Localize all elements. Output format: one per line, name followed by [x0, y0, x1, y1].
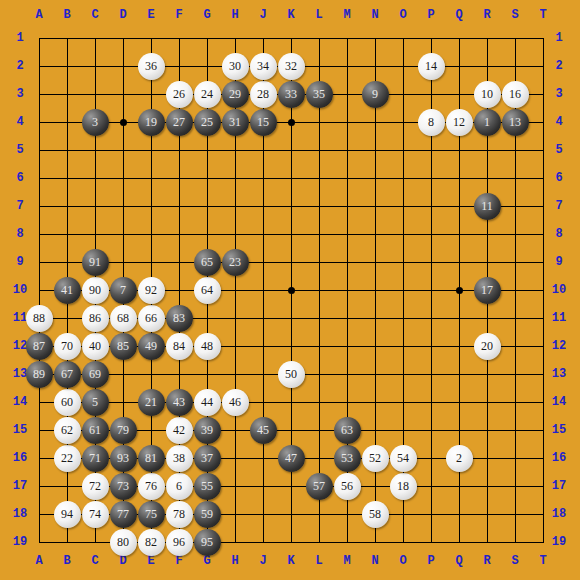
stone-white-move-80-D19: 80	[110, 529, 137, 556]
stone-black-move-75-E18: 75	[138, 501, 165, 528]
coordinate-label-right-7: 7	[546, 199, 572, 213]
coordinate-label-bottom-E: E	[138, 554, 164, 568]
coordinate-label-right-18: 18	[546, 507, 572, 521]
coordinate-label-top-J: J	[250, 8, 276, 22]
stone-black-move-5-C14: 5	[82, 389, 109, 416]
stone-white-move-34-J2: 34	[250, 53, 277, 80]
coordinate-label-bottom-Q: Q	[446, 554, 472, 568]
coordinate-label-left-4: 4	[7, 115, 33, 129]
coordinate-label-right-17: 17	[546, 479, 572, 493]
stone-black-move-89-A13: 89	[26, 361, 53, 388]
stone-black-move-45-J15: 45	[250, 417, 277, 444]
coordinate-label-bottom-M: M	[334, 554, 360, 568]
coordinate-label-left-8: 8	[7, 227, 33, 241]
stone-white-move-54-O16: 54	[390, 445, 417, 472]
stone-black-move-53-M16: 53	[334, 445, 361, 472]
stone-white-move-10-R3: 10	[474, 81, 501, 108]
stone-black-move-67-B13: 67	[54, 361, 81, 388]
coordinate-label-top-P: P	[418, 8, 444, 22]
coordinate-label-left-18: 18	[7, 507, 33, 521]
coordinate-label-left-3: 3	[7, 87, 33, 101]
stone-white-move-42-F15: 42	[166, 417, 193, 444]
stone-white-move-16-S3: 16	[502, 81, 529, 108]
stone-white-move-20-R12: 20	[474, 333, 501, 360]
stone-black-move-59-G18: 59	[194, 501, 221, 528]
coordinate-label-right-3: 3	[546, 87, 572, 101]
stone-black-move-3-C4: 3	[82, 109, 109, 136]
coordinate-label-right-5: 5	[546, 143, 572, 157]
stone-black-move-47-K16: 47	[278, 445, 305, 472]
stone-black-move-43-F14: 43	[166, 389, 193, 416]
stone-white-move-2-Q16: 2	[446, 445, 473, 472]
stone-white-move-48-G12: 48	[194, 333, 221, 360]
stone-black-move-83-F11: 83	[166, 305, 193, 332]
coordinate-label-top-L: L	[306, 8, 332, 22]
stone-white-move-78-F18: 78	[166, 501, 193, 528]
stone-black-move-79-D15: 79	[110, 417, 137, 444]
stone-black-move-65-G9: 65	[194, 249, 221, 276]
stone-black-move-19-E4: 19	[138, 109, 165, 136]
stone-black-move-17-R10: 17	[474, 277, 501, 304]
stone-white-move-40-C12: 40	[82, 333, 109, 360]
coordinate-label-bottom-D: D	[110, 554, 136, 568]
stone-white-move-44-G14: 44	[194, 389, 221, 416]
coordinate-label-right-1: 1	[546, 31, 572, 45]
coordinate-label-left-5: 5	[7, 143, 33, 157]
stone-black-move-69-C13: 69	[82, 361, 109, 388]
stone-white-move-60-B14: 60	[54, 389, 81, 416]
stone-black-move-9-N3: 9	[362, 81, 389, 108]
coordinate-label-bottom-G: G	[194, 554, 220, 568]
stone-white-move-28-J3: 28	[250, 81, 277, 108]
stone-black-move-7-D10: 7	[110, 277, 137, 304]
stone-black-move-27-F4: 27	[166, 109, 193, 136]
stone-black-move-63-M15: 63	[334, 417, 361, 444]
coordinate-label-bottom-F: F	[166, 554, 192, 568]
stone-black-move-95-G19: 95	[194, 529, 221, 556]
coordinate-label-bottom-H: H	[222, 554, 248, 568]
coordinate-label-top-H: H	[222, 8, 248, 22]
coordinate-label-left-15: 15	[7, 423, 33, 437]
stone-white-move-74-C18: 74	[82, 501, 109, 528]
stone-black-move-31-H4: 31	[222, 109, 249, 136]
stone-white-move-62-B15: 62	[54, 417, 81, 444]
stone-white-move-18-O17: 18	[390, 473, 417, 500]
coordinate-label-top-E: E	[138, 8, 164, 22]
stone-black-move-29-H3: 29	[222, 81, 249, 108]
coordinate-label-left-2: 2	[7, 59, 33, 73]
stone-white-move-12-Q4: 12	[446, 109, 473, 136]
stone-black-move-37-G16: 37	[194, 445, 221, 472]
stone-black-move-33-K3: 33	[278, 81, 305, 108]
coordinate-label-top-D: D	[110, 8, 136, 22]
stone-white-move-76-E17: 76	[138, 473, 165, 500]
coordinate-label-bottom-P: P	[418, 554, 444, 568]
stone-black-move-21-E14: 21	[138, 389, 165, 416]
coordinate-label-right-12: 12	[546, 339, 572, 353]
coordinate-label-left-6: 6	[7, 171, 33, 185]
coordinate-label-left-7: 7	[7, 199, 33, 213]
stone-black-move-25-G4: 25	[194, 109, 221, 136]
stone-black-move-1-R4: 1	[474, 109, 501, 136]
coordinate-label-left-19: 19	[7, 535, 33, 549]
stone-black-move-11-R7: 11	[474, 193, 501, 220]
stone-white-move-58-N18: 58	[362, 501, 389, 528]
coordinate-label-left-9: 9	[7, 255, 33, 269]
coordinate-label-right-15: 15	[546, 423, 572, 437]
coordinate-label-top-R: R	[474, 8, 500, 22]
stone-black-move-57-L17: 57	[306, 473, 333, 500]
stone-white-move-24-G3: 24	[194, 81, 221, 108]
coordinate-label-top-C: C	[82, 8, 108, 22]
stone-white-move-6-F17: 6	[166, 473, 193, 500]
coordinate-label-right-14: 14	[546, 395, 572, 409]
star-point-D4	[120, 119, 127, 126]
coordinate-label-bottom-N: N	[362, 554, 388, 568]
stone-white-move-82-E19: 82	[138, 529, 165, 556]
coordinate-label-top-Q: Q	[446, 8, 472, 22]
stone-white-move-88-A11: 88	[26, 305, 53, 332]
stone-black-move-39-G15: 39	[194, 417, 221, 444]
stone-white-move-46-H14: 46	[222, 389, 249, 416]
stone-white-move-26-F3: 26	[166, 81, 193, 108]
coordinate-label-bottom-J: J	[250, 554, 276, 568]
stone-white-move-68-D11: 68	[110, 305, 137, 332]
coordinate-label-bottom-T: T	[530, 554, 556, 568]
coordinate-label-right-8: 8	[546, 227, 572, 241]
coordinate-label-top-F: F	[166, 8, 192, 22]
stone-white-move-94-B18: 94	[54, 501, 81, 528]
stone-black-move-77-D18: 77	[110, 501, 137, 528]
stone-black-move-81-E16: 81	[138, 445, 165, 472]
stone-white-move-52-N16: 52	[362, 445, 389, 472]
stone-black-move-87-A12: 87	[26, 333, 53, 360]
coordinate-label-top-K: K	[278, 8, 304, 22]
stone-white-move-14-P2: 14	[418, 53, 445, 80]
coordinate-label-right-11: 11	[546, 311, 572, 325]
coordinate-label-right-6: 6	[546, 171, 572, 185]
go-board-diagram: AABBCCDDEEFFGGHHJJKKLLMMNNOOPPQQRRSSTT11…	[0, 0, 580, 580]
stone-white-move-38-F16: 38	[166, 445, 193, 472]
coordinate-label-bottom-L: L	[306, 554, 332, 568]
stone-black-move-49-E12: 49	[138, 333, 165, 360]
coordinate-label-left-1: 1	[7, 31, 33, 45]
coordinate-label-right-13: 13	[546, 367, 572, 381]
coordinate-label-left-16: 16	[7, 451, 33, 465]
coordinate-label-top-A: A	[26, 8, 52, 22]
stone-white-move-8-P4: 8	[418, 109, 445, 136]
stone-white-move-22-B16: 22	[54, 445, 81, 472]
coordinate-label-bottom-A: A	[26, 554, 52, 568]
stone-black-move-61-C15: 61	[82, 417, 109, 444]
coordinate-label-bottom-S: S	[502, 554, 528, 568]
stone-white-move-32-K2: 32	[278, 53, 305, 80]
stone-white-move-84-F12: 84	[166, 333, 193, 360]
coordinate-label-right-19: 19	[546, 535, 572, 549]
stone-white-move-66-E11: 66	[138, 305, 165, 332]
coordinate-label-bottom-K: K	[278, 554, 304, 568]
stone-white-move-30-H2: 30	[222, 53, 249, 80]
stone-black-move-85-D12: 85	[110, 333, 137, 360]
coordinate-label-bottom-R: R	[474, 554, 500, 568]
star-point-K10	[288, 287, 295, 294]
stone-white-move-72-C17: 72	[82, 473, 109, 500]
coordinate-label-top-T: T	[530, 8, 556, 22]
coordinate-label-left-14: 14	[7, 395, 33, 409]
coordinate-label-top-G: G	[194, 8, 220, 22]
coordinate-label-bottom-B: B	[54, 554, 80, 568]
coordinate-label-top-O: O	[390, 8, 416, 22]
stone-white-move-36-E2: 36	[138, 53, 165, 80]
stone-black-move-15-J4: 15	[250, 109, 277, 136]
stone-black-move-35-L3: 35	[306, 81, 333, 108]
stone-black-move-73-D17: 73	[110, 473, 137, 500]
coordinate-label-right-10: 10	[546, 283, 572, 297]
coordinate-label-left-10: 10	[7, 283, 33, 297]
stone-black-move-23-H9: 23	[222, 249, 249, 276]
star-point-K4	[288, 119, 295, 126]
coordinate-label-left-17: 17	[7, 479, 33, 493]
stone-white-move-70-B12: 70	[54, 333, 81, 360]
coordinate-label-right-9: 9	[546, 255, 572, 269]
coordinate-label-bottom-O: O	[390, 554, 416, 568]
stone-white-move-56-M17: 56	[334, 473, 361, 500]
stone-black-move-13-S4: 13	[502, 109, 529, 136]
coordinate-label-right-2: 2	[546, 59, 572, 73]
stone-white-move-96-F19: 96	[166, 529, 193, 556]
coordinate-label-top-N: N	[362, 8, 388, 22]
coordinate-label-right-4: 4	[546, 115, 572, 129]
stone-black-move-41-B10: 41	[54, 277, 81, 304]
stone-white-move-92-E10: 92	[138, 277, 165, 304]
stone-black-move-93-D16: 93	[110, 445, 137, 472]
stone-white-move-50-K13: 50	[278, 361, 305, 388]
star-point-Q10	[456, 287, 463, 294]
coordinate-label-right-16: 16	[546, 451, 572, 465]
stone-black-move-91-C9: 91	[82, 249, 109, 276]
stone-white-move-90-C10: 90	[82, 277, 109, 304]
stone-white-move-86-C11: 86	[82, 305, 109, 332]
stone-white-move-64-G10: 64	[194, 277, 221, 304]
coordinate-label-top-B: B	[54, 8, 80, 22]
coordinate-label-bottom-C: C	[82, 554, 108, 568]
stone-black-move-55-G17: 55	[194, 473, 221, 500]
coordinate-label-top-S: S	[502, 8, 528, 22]
stone-black-move-71-C16: 71	[82, 445, 109, 472]
coordinate-label-top-M: M	[334, 8, 360, 22]
